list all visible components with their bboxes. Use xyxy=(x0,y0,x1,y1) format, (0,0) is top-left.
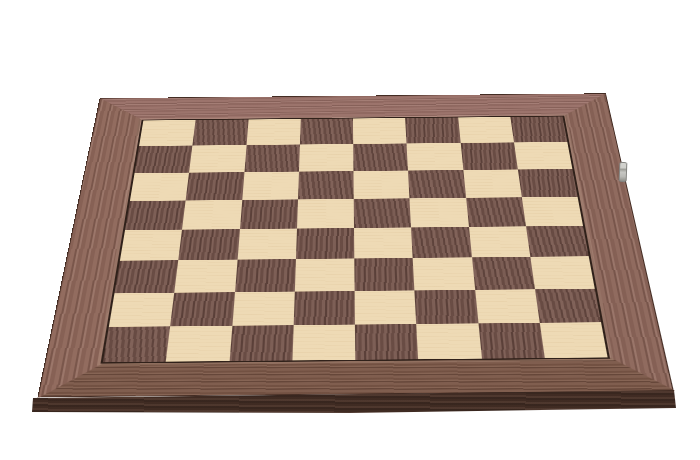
square-h6 xyxy=(518,169,578,197)
square-g6 xyxy=(463,169,522,197)
square-b3 xyxy=(175,260,238,293)
square-c4 xyxy=(237,229,297,260)
square-c3 xyxy=(235,259,296,292)
square-g5 xyxy=(466,197,526,227)
square-e2 xyxy=(355,290,417,324)
square-h2 xyxy=(535,288,601,322)
square-d6 xyxy=(298,171,354,199)
square-d7 xyxy=(299,144,354,171)
square-e3 xyxy=(354,258,414,291)
square-d5 xyxy=(297,199,354,229)
square-e4 xyxy=(354,227,413,258)
square-f5 xyxy=(410,198,469,228)
square-b1 xyxy=(166,326,232,362)
square-d1 xyxy=(292,324,355,360)
square-c5 xyxy=(240,199,298,229)
chess-board xyxy=(37,93,674,397)
square-f6 xyxy=(408,170,465,198)
square-h4 xyxy=(526,226,589,257)
playing-area xyxy=(101,116,611,364)
square-h7 xyxy=(514,142,573,169)
square-d2 xyxy=(293,291,355,325)
square-d4 xyxy=(296,228,355,259)
square-e1 xyxy=(355,324,418,360)
metal-clasp-icon xyxy=(619,162,628,182)
square-a2 xyxy=(109,292,175,326)
square-b6 xyxy=(186,172,244,201)
square-c6 xyxy=(242,171,299,199)
square-b8 xyxy=(193,119,249,145)
square-h3 xyxy=(530,256,595,289)
square-f3 xyxy=(413,257,475,290)
square-a5 xyxy=(125,200,186,230)
square-h1 xyxy=(539,322,607,358)
board-grid xyxy=(103,116,608,362)
square-g1 xyxy=(478,323,545,359)
square-f1 xyxy=(416,323,481,359)
square-g2 xyxy=(475,289,540,323)
square-e5 xyxy=(354,198,412,228)
square-b4 xyxy=(178,229,239,260)
square-h5 xyxy=(522,197,583,227)
square-e8 xyxy=(353,118,407,144)
square-e7 xyxy=(353,144,408,171)
square-f2 xyxy=(415,290,478,324)
square-c7 xyxy=(244,145,300,172)
square-b2 xyxy=(170,292,234,326)
square-d3 xyxy=(295,259,355,292)
square-a3 xyxy=(115,260,179,293)
square-d8 xyxy=(300,118,354,144)
square-c1 xyxy=(229,325,293,361)
square-a1 xyxy=(103,326,170,362)
square-f8 xyxy=(405,117,460,143)
square-c8 xyxy=(246,119,300,145)
square-g4 xyxy=(468,226,530,257)
product-photo-background xyxy=(0,0,700,460)
square-g7 xyxy=(460,143,517,170)
square-e6 xyxy=(353,170,409,198)
square-c2 xyxy=(232,291,295,325)
square-a4 xyxy=(120,230,182,261)
square-b7 xyxy=(189,145,246,172)
square-b5 xyxy=(182,200,242,230)
square-a6 xyxy=(130,172,189,201)
square-h8 xyxy=(510,116,567,142)
square-f4 xyxy=(411,227,471,258)
square-g8 xyxy=(458,117,514,143)
square-f7 xyxy=(407,143,463,170)
square-g3 xyxy=(472,257,535,290)
square-a8 xyxy=(139,120,196,146)
square-a7 xyxy=(135,146,193,173)
